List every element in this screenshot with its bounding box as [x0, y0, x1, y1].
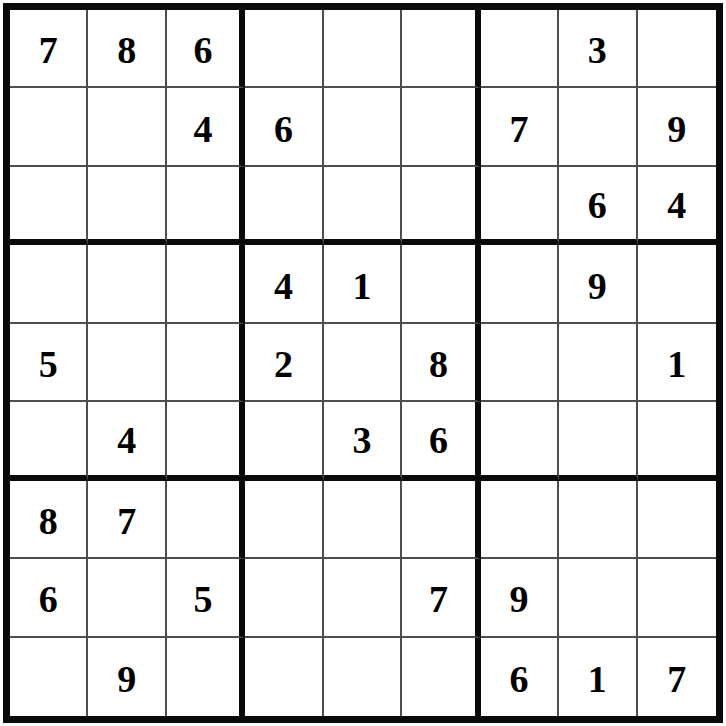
cell-r8c5[interactable]: [324, 559, 402, 637]
cell-r8c8[interactable]: [559, 559, 637, 637]
cell-r6c1[interactable]: [10, 402, 88, 480]
cell-r7c2[interactable]: 7: [88, 481, 166, 559]
cell-r5c4[interactable]: 2: [245, 324, 323, 402]
cell-r1c2[interactable]: 8: [88, 10, 166, 88]
cell-r5c8[interactable]: [559, 324, 637, 402]
given-digit: 6: [274, 110, 293, 148]
cell-r3c3[interactable]: [167, 167, 245, 245]
cell-r3c7[interactable]: [481, 167, 559, 245]
cell-r9c4[interactable]: [245, 638, 323, 716]
given-digit: 1: [588, 660, 607, 698]
cell-r9c2[interactable]: 9: [88, 638, 166, 716]
cell-r6c9[interactable]: [638, 402, 716, 480]
sudoku-grid: 786346796441952814368765799617: [10, 10, 716, 716]
cell-r7c5[interactable]: [324, 481, 402, 559]
cell-r7c1[interactable]: 8: [10, 481, 88, 559]
cell-r4c2[interactable]: [88, 245, 166, 323]
cell-r1c8[interactable]: 3: [559, 10, 637, 88]
cell-r7c8[interactable]: [559, 481, 637, 559]
given-digit: 5: [39, 345, 58, 383]
given-digit: 1: [667, 345, 686, 383]
given-digit: 3: [588, 31, 607, 69]
cell-r2c4[interactable]: 6: [245, 88, 323, 166]
cell-r1c4[interactable]: [245, 10, 323, 88]
cell-r6c7[interactable]: [481, 402, 559, 480]
cell-r8c2[interactable]: [88, 559, 166, 637]
cell-r3c6[interactable]: [402, 167, 480, 245]
cell-r5c5[interactable]: [324, 324, 402, 402]
given-digit: 2: [274, 345, 293, 383]
cell-r7c7[interactable]: [481, 481, 559, 559]
cell-r1c9[interactable]: [638, 10, 716, 88]
cell-r2c3[interactable]: 4: [167, 88, 245, 166]
cell-r8c3[interactable]: 5: [167, 559, 245, 637]
cell-r6c8[interactable]: [559, 402, 637, 480]
given-digit: 9: [117, 660, 136, 698]
cell-r3c5[interactable]: [324, 167, 402, 245]
cell-r5c6[interactable]: 8: [402, 324, 480, 402]
cell-r4c7[interactable]: [481, 245, 559, 323]
cell-r2c1[interactable]: [10, 88, 88, 166]
cell-r9c1[interactable]: [10, 638, 88, 716]
cell-r1c1[interactable]: 7: [10, 10, 88, 88]
cell-r2c6[interactable]: [402, 88, 480, 166]
cell-r1c5[interactable]: [324, 10, 402, 88]
cell-r1c6[interactable]: [402, 10, 480, 88]
given-digit: 9: [588, 267, 607, 305]
cell-r2c5[interactable]: [324, 88, 402, 166]
cell-r9c3[interactable]: [167, 638, 245, 716]
given-digit: 7: [39, 31, 58, 69]
given-digit: 7: [117, 502, 136, 540]
cell-r3c4[interactable]: [245, 167, 323, 245]
cell-r9c5[interactable]: [324, 638, 402, 716]
cell-r7c3[interactable]: [167, 481, 245, 559]
cell-r8c9[interactable]: [638, 559, 716, 637]
given-digit: 4: [194, 110, 213, 148]
cell-r4c5[interactable]: 1: [324, 245, 402, 323]
given-digit: 8: [117, 31, 136, 69]
given-digit: 6: [509, 660, 528, 698]
given-digit: 5: [194, 580, 213, 618]
cell-r9c9[interactable]: 7: [638, 638, 716, 716]
cell-r7c9[interactable]: [638, 481, 716, 559]
cell-r9c8[interactable]: 1: [559, 638, 637, 716]
given-digit: 8: [39, 502, 58, 540]
given-digit: 7: [429, 580, 448, 618]
cell-r4c1[interactable]: [10, 245, 88, 323]
cell-r2c9[interactable]: 9: [638, 88, 716, 166]
cell-r5c2[interactable]: [88, 324, 166, 402]
cell-r1c7[interactable]: [481, 10, 559, 88]
cell-r3c8[interactable]: 6: [559, 167, 637, 245]
cell-r4c9[interactable]: [638, 245, 716, 323]
cell-r6c6[interactable]: 6: [402, 402, 480, 480]
given-digit: 9: [509, 580, 528, 618]
cell-r6c3[interactable]: [167, 402, 245, 480]
cell-r8c1[interactable]: 6: [10, 559, 88, 637]
sudoku-board: 786346796441952814368765799617: [3, 3, 723, 723]
cell-r8c7[interactable]: 9: [481, 559, 559, 637]
cell-r1c3[interactable]: 6: [167, 10, 245, 88]
cell-r6c2[interactable]: 4: [88, 402, 166, 480]
given-digit: 6: [194, 31, 213, 69]
cell-r5c9[interactable]: 1: [638, 324, 716, 402]
given-digit: 6: [588, 186, 607, 224]
given-digit: 4: [117, 421, 136, 459]
cell-r5c3[interactable]: [167, 324, 245, 402]
given-digit: 6: [429, 421, 448, 459]
cell-r3c9[interactable]: 4: [638, 167, 716, 245]
cell-r8c4[interactable]: [245, 559, 323, 637]
cell-r2c2[interactable]: [88, 88, 166, 166]
cell-r3c2[interactable]: [88, 167, 166, 245]
cell-r4c8[interactable]: 9: [559, 245, 637, 323]
cell-r7c4[interactable]: [245, 481, 323, 559]
given-digit: 8: [429, 345, 448, 383]
cell-r8c6[interactable]: 7: [402, 559, 480, 637]
cell-r3c1[interactable]: [10, 167, 88, 245]
cell-r6c4[interactable]: [245, 402, 323, 480]
given-digit: 1: [352, 267, 371, 305]
cell-r4c3[interactable]: [167, 245, 245, 323]
cell-r4c4[interactable]: 4: [245, 245, 323, 323]
cell-r2c7[interactable]: 7: [481, 88, 559, 166]
cell-r9c6[interactable]: [402, 638, 480, 716]
cell-r2c8[interactable]: [559, 88, 637, 166]
cell-r6c5[interactable]: 3: [324, 402, 402, 480]
given-digit: 7: [667, 660, 686, 698]
cell-r4c6[interactable]: [402, 245, 480, 323]
cell-r5c1[interactable]: 5: [10, 324, 88, 402]
cell-r5c7[interactable]: [481, 324, 559, 402]
given-digit: 7: [509, 110, 528, 148]
cell-r9c7[interactable]: 6: [481, 638, 559, 716]
cell-r7c6[interactable]: [402, 481, 480, 559]
given-digit: 4: [274, 267, 293, 305]
given-digit: 3: [352, 421, 371, 459]
given-digit: 6: [39, 580, 58, 618]
given-digit: 9: [667, 110, 686, 148]
given-digit: 4: [667, 186, 686, 224]
